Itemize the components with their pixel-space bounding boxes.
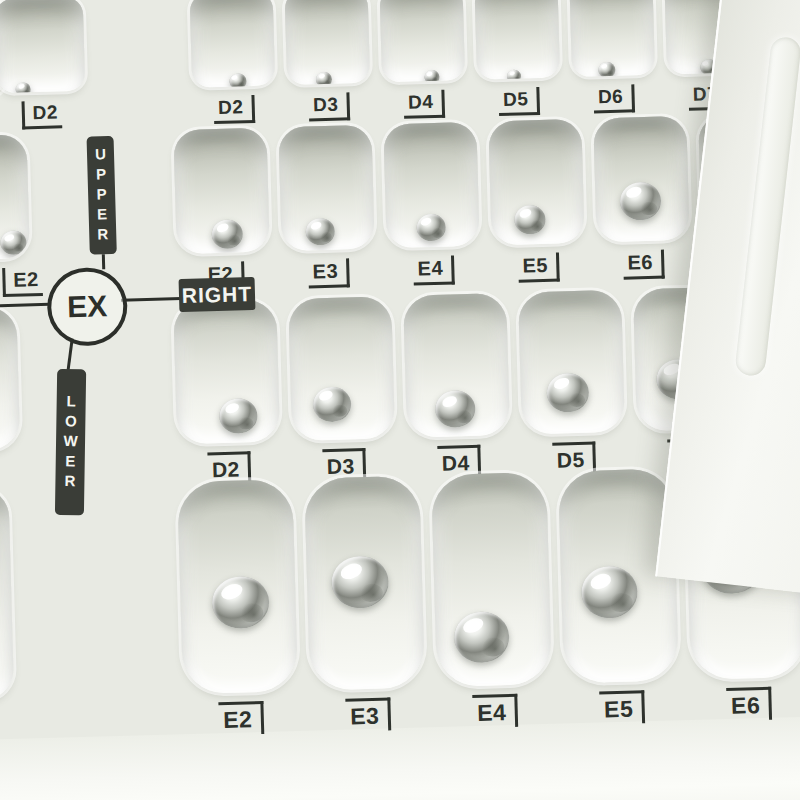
- size-label-lower-e-E3: E3: [346, 697, 391, 731]
- marker-line-upper: [102, 254, 105, 269]
- label-area: [21, 458, 22, 488]
- label-area: E3: [346, 697, 391, 728]
- crown-upper-d-D4: [424, 70, 439, 83]
- label-area: E2: [219, 701, 264, 732]
- size-label-upper-e-E2: E2: [2, 267, 43, 297]
- well-cell-lower-e-E4: E4: [425, 472, 559, 726]
- crown-lower-d-D2: [219, 398, 258, 434]
- crown-upper-e-E5: [514, 205, 546, 235]
- well-cell-upper-d-D5: D5: [468, 0, 567, 119]
- well-cell-lower-d-edge: [0, 306, 57, 489]
- size-label-lower-e-E6: E6: [727, 687, 772, 721]
- tray-rim-ridge: [734, 36, 800, 377]
- label-area: D5: [499, 87, 540, 118]
- tray-surface: D2D2D3D4D5D6D7E2E2E3E4E5E6E7D2D3D4D5D6D7…: [0, 0, 800, 800]
- well-upper-d-D2: [0, 0, 85, 93]
- crown-tray-photo: D2D2D3D4D5D6D7E2E2E3E4E5E6E7D2D3D4D5D6D7…: [0, 0, 800, 800]
- crown-lower-e-E5: [581, 566, 638, 620]
- well-cell-upper-d-D2: D2: [184, 0, 283, 127]
- size-label-lower-d-D4: D4: [437, 445, 481, 477]
- center-divider-strip: [89, 0, 188, 129]
- size-label-lower-d-D5: D5: [552, 442, 596, 474]
- label-area: D3: [322, 448, 366, 479]
- well-upper-d-D4: [379, 0, 465, 82]
- upper-quadrant-label: UPPER: [87, 136, 117, 255]
- well-upper-e-E2: [0, 134, 30, 260]
- size-label-upper-d-D2: D2: [21, 100, 62, 129]
- well-cell-upper-e-E6: E6: [587, 116, 697, 282]
- well-cell-upper-e-E3: E3: [272, 125, 382, 291]
- crown-upper-d-D2: [16, 82, 31, 93]
- well-cell-upper-e-E2: E2: [167, 127, 277, 293]
- size-label-lower-e-E4: E4: [473, 694, 518, 728]
- label-area: D4: [404, 90, 445, 121]
- size-label-upper-d-D6: D6: [594, 84, 635, 113]
- well-cell-upper-e-E4: E4: [377, 122, 487, 288]
- crown-upper-d-D2: [229, 73, 246, 88]
- crown-upper-e-E6: [619, 182, 661, 221]
- label-area: E2: [20, 267, 43, 298]
- label-area: [14, 708, 15, 738]
- label-area: E4: [413, 255, 454, 286]
- size-label-lower-e-E5: E5: [600, 690, 645, 724]
- crown-lower-e-E3: [331, 556, 389, 610]
- right-quadrant-label: RIGHT: [179, 277, 256, 312]
- size-label-upper-d-D4: D4: [404, 90, 445, 119]
- tray-row-upper-d: D2D2D3D4D5D6D7: [0, 0, 757, 132]
- center-divider-strip: [44, 482, 178, 736]
- well-upper-e-E4: [383, 122, 479, 249]
- well-cell-upper-d-D4: D4: [374, 0, 473, 122]
- well-lower-e-edge: [0, 487, 14, 701]
- well-cell-lower-d-D5: D5: [512, 290, 632, 474]
- well-upper-e-E2: [173, 128, 269, 255]
- label-area: D2: [21, 100, 62, 131]
- crown-upper-e-E2: [212, 220, 244, 250]
- well-cell-lower-d-D4: D4: [397, 293, 517, 477]
- crown-upper-d-D6: [598, 62, 615, 77]
- label-area: E4: [473, 694, 518, 725]
- label-area: D4: [437, 445, 481, 476]
- label-area: E6: [623, 250, 664, 281]
- crown-upper-d-D5: [507, 69, 521, 79]
- label-area: E6: [727, 687, 772, 718]
- well-upper-e-E3: [278, 125, 374, 252]
- well-lower-e-E3: [304, 475, 425, 690]
- well-cell-upper-e-E2: E2: [0, 133, 67, 298]
- crown-lower-e-E4: [453, 611, 509, 664]
- crown-lower-e-E2: [211, 576, 269, 630]
- well-lower-d-edge: [0, 307, 20, 451]
- label-area: D3: [309, 92, 350, 123]
- crown-lower-d-D4: [435, 390, 476, 428]
- well-cell-upper-d-D3: D3: [279, 0, 378, 124]
- well-lower-e-E2: [177, 479, 298, 694]
- crown-upper-e-E4: [416, 213, 446, 241]
- well-upper-e-E5: [488, 119, 584, 246]
- tray-row-upper-e: E2E2E3E4E5E6E7: [0, 113, 800, 298]
- label-area: D2: [214, 95, 255, 126]
- crown-upper-d-D3: [316, 72, 332, 85]
- crown-upper-e-E2: [0, 231, 27, 256]
- well-upper-d-D6: [569, 0, 655, 77]
- label-area: E5: [518, 253, 559, 284]
- size-label-upper-e-E4: E4: [413, 255, 454, 285]
- well-upper-d-D5: [474, 0, 560, 80]
- lower-quadrant-label: LOWER: [55, 369, 86, 515]
- size-label-upper-e-E5: E5: [518, 253, 559, 283]
- size-label-upper-e-E6: E6: [623, 250, 664, 280]
- well-cell-upper-e-E5: E5: [482, 119, 592, 285]
- well-lower-d-D2: [173, 299, 280, 444]
- label-area: D6: [594, 84, 635, 115]
- well-lower-d-D3: [288, 296, 395, 441]
- size-label-lower-d-D2: D2: [207, 451, 251, 483]
- size-label-lower-d-D3: D3: [322, 448, 366, 480]
- crown-upper-e-E3: [305, 218, 335, 246]
- marker-line-right: [121, 297, 181, 302]
- size-label-lower-e-E2: E2: [219, 701, 264, 735]
- well-lower-d-D4: [403, 293, 510, 438]
- size-label-upper-d-D2: D2: [214, 95, 255, 124]
- crown-lower-d-D3: [313, 386, 352, 422]
- well-cell-lower-d-D3: D3: [282, 296, 402, 480]
- label-area: E3: [308, 258, 349, 289]
- well-lower-d-D5: [518, 290, 625, 435]
- label-area: D2: [207, 451, 251, 482]
- well-cell-lower-e-E3: E3: [298, 475, 432, 729]
- well-upper-e-E6: [593, 116, 689, 243]
- well-upper-d-D3: [285, 0, 371, 85]
- size-label-upper-e-E3: E3: [308, 258, 349, 288]
- well-cell-lower-d-D2: D2: [167, 299, 287, 483]
- label-area: E5: [600, 690, 645, 721]
- crown-lower-d-D5: [547, 372, 590, 412]
- well-lower-e-E4: [431, 472, 552, 687]
- well-cell-upper-d-D6: D6: [563, 0, 662, 116]
- size-label-upper-d-D5: D5: [499, 87, 540, 116]
- label-area: D5: [552, 442, 596, 473]
- well-cell-lower-e-edge: [0, 486, 51, 739]
- well-upper-d-D2: [190, 0, 276, 88]
- well-cell-lower-e-E2: E2: [171, 479, 305, 733]
- size-label-upper-d-D3: D3: [309, 92, 350, 121]
- well-cell-upper-d-D2: D2: [0, 0, 92, 132]
